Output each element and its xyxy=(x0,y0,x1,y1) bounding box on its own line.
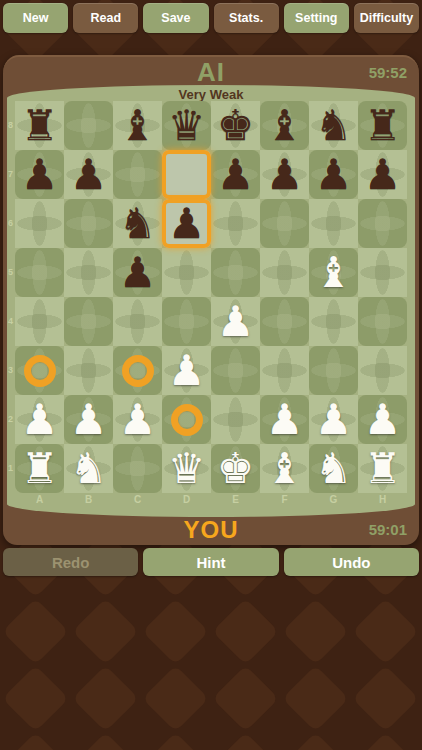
square-b1[interactable]: ♞ xyxy=(64,444,113,493)
square-b3[interactable] xyxy=(64,346,113,395)
square-f5[interactable] xyxy=(260,248,309,297)
square-b7[interactable]: ♟ xyxy=(64,150,113,199)
square-c8[interactable]: ♝ xyxy=(113,101,162,150)
rank-label-5: 5 xyxy=(7,248,15,297)
square-c1[interactable] xyxy=(113,444,162,493)
square-f3[interactable] xyxy=(260,346,309,395)
piece-black-rook: ♜ xyxy=(358,101,407,150)
file-label-g: G xyxy=(309,493,358,508)
diamond-motif xyxy=(142,598,208,664)
square-a3[interactable] xyxy=(15,346,64,395)
diamond-motif xyxy=(282,732,348,750)
square-g1[interactable]: ♞ xyxy=(309,444,358,493)
diamond-motif xyxy=(72,598,138,664)
piece-black-rook: ♜ xyxy=(15,101,64,150)
square-f6[interactable] xyxy=(260,199,309,248)
file-label-h: H xyxy=(358,493,407,508)
rank-label-4: 4 xyxy=(7,297,15,346)
diamond-motif xyxy=(72,732,138,750)
undo-button[interactable]: Undo xyxy=(284,548,419,576)
rank-label-1: 1 xyxy=(7,444,15,493)
piece-black-pawn: ♟ xyxy=(64,150,113,199)
square-g5[interactable]: ♝ xyxy=(309,248,358,297)
square-e5[interactable] xyxy=(211,248,260,297)
opponent-name: AI xyxy=(3,57,419,88)
square-c2[interactable]: ♟ xyxy=(113,395,162,444)
piece-black-king: ♚ xyxy=(211,101,260,150)
square-c5[interactable]: ♟ xyxy=(113,248,162,297)
square-d7[interactable] xyxy=(162,150,211,199)
square-g8[interactable]: ♞ xyxy=(309,101,358,150)
piece-white-bishop: ♝ xyxy=(260,444,309,493)
square-a7[interactable]: ♟ xyxy=(15,150,64,199)
stats-button[interactable]: Stats. xyxy=(214,3,279,33)
piece-black-pawn: ♟ xyxy=(211,150,260,199)
diamond-motif xyxy=(352,732,418,750)
player-name: YOU xyxy=(3,516,419,544)
player-clock: 59:01 xyxy=(369,521,407,538)
diamond-motif xyxy=(2,665,68,731)
square-g4[interactable] xyxy=(309,297,358,346)
diamond-motif xyxy=(352,665,418,731)
piece-black-pawn: ♟ xyxy=(309,150,358,199)
piece-white-pawn: ♟ xyxy=(211,297,260,346)
rank-label-3: 3 xyxy=(7,346,15,395)
square-a8[interactable]: ♜ xyxy=(15,101,64,150)
square-c3[interactable] xyxy=(113,346,162,395)
square-e1[interactable]: ♚ xyxy=(211,444,260,493)
square-f8[interactable]: ♝ xyxy=(260,101,309,150)
file-label-e: E xyxy=(211,493,260,508)
piece-white-bishop: ♝ xyxy=(309,248,358,297)
square-b2[interactable]: ♟ xyxy=(64,395,113,444)
square-e4[interactable]: ♟ xyxy=(211,297,260,346)
piece-black-pawn: ♟ xyxy=(113,248,162,297)
piece-white-pawn: ♟ xyxy=(162,346,211,395)
file-label-c: C xyxy=(113,493,162,508)
square-b5[interactable] xyxy=(64,248,113,297)
square-d6[interactable]: ♟ xyxy=(162,199,211,248)
square-a2[interactable]: ♟ xyxy=(15,395,64,444)
piece-white-pawn: ♟ xyxy=(260,395,309,444)
square-g2[interactable]: ♟ xyxy=(309,395,358,444)
file-label-b: B xyxy=(64,493,113,508)
piece-black-pawn: ♟ xyxy=(162,199,211,248)
rank-label-6: 6 xyxy=(7,199,15,248)
square-c4[interactable] xyxy=(113,297,162,346)
square-g6[interactable] xyxy=(309,199,358,248)
piece-white-knight: ♞ xyxy=(64,444,113,493)
piece-white-knight: ♞ xyxy=(309,444,358,493)
square-h8[interactable]: ♜ xyxy=(358,101,407,150)
difficulty-button[interactable]: Difficulty xyxy=(354,3,419,33)
piece-white-pawn: ♟ xyxy=(113,395,162,444)
hint-button[interactable]: Hint xyxy=(143,548,278,576)
square-e8[interactable]: ♚ xyxy=(211,101,260,150)
piece-white-pawn: ♟ xyxy=(64,395,113,444)
setting-button[interactable]: Setting xyxy=(284,3,349,33)
square-f1[interactable]: ♝ xyxy=(260,444,309,493)
chess-board: ♜♝♛♚♝♞♜♟♟♟♟♟♟♞♟♟♝♟♟♟♟♟♟♟♟♜♞♛♚♝♞♜ xyxy=(15,101,407,493)
square-g7[interactable]: ♟ xyxy=(309,150,358,199)
square-h1[interactable]: ♜ xyxy=(358,444,407,493)
square-d5[interactable] xyxy=(162,248,211,297)
square-b8[interactable] xyxy=(64,101,113,150)
file-label-f: F xyxy=(260,493,309,508)
piece-white-king: ♚ xyxy=(211,444,260,493)
square-d2[interactable] xyxy=(162,395,211,444)
square-h3[interactable] xyxy=(358,346,407,395)
read-button[interactable]: Read xyxy=(73,3,138,33)
square-h4[interactable] xyxy=(358,297,407,346)
square-f2[interactable]: ♟ xyxy=(260,395,309,444)
piece-black-pawn: ♟ xyxy=(15,150,64,199)
piece-black-knight: ♞ xyxy=(113,199,162,248)
file-labels: ABCDEFGH xyxy=(15,493,407,508)
piece-black-knight: ♞ xyxy=(309,101,358,150)
square-d4[interactable] xyxy=(162,297,211,346)
square-e6[interactable] xyxy=(211,199,260,248)
piece-white-pawn: ♟ xyxy=(358,395,407,444)
piece-black-queen: ♛ xyxy=(162,101,211,150)
control-buttons: Redo Hint Undo xyxy=(3,548,419,576)
diamond-motif xyxy=(2,732,68,750)
square-f7[interactable]: ♟ xyxy=(260,150,309,199)
piece-black-bishop: ♝ xyxy=(260,101,309,150)
square-b4[interactable] xyxy=(64,297,113,346)
square-a1[interactable]: ♜ xyxy=(15,444,64,493)
square-e2[interactable] xyxy=(211,395,260,444)
top-menu-bar: New Read Save Stats. Setting Difficulty xyxy=(3,3,419,33)
move-hint-ring[interactable] xyxy=(171,404,203,436)
square-h5[interactable] xyxy=(358,248,407,297)
diamond-motif xyxy=(282,665,348,731)
square-f4[interactable] xyxy=(260,297,309,346)
square-d1[interactable]: ♛ xyxy=(162,444,211,493)
square-b6[interactable] xyxy=(64,199,113,248)
square-a5[interactable] xyxy=(15,248,64,297)
move-hint-ring[interactable] xyxy=(122,355,154,387)
diamond-motif xyxy=(142,732,208,750)
file-label-a: A xyxy=(15,493,64,508)
rank-label-7: 7 xyxy=(7,150,15,199)
square-h6[interactable] xyxy=(358,199,407,248)
square-e7[interactable]: ♟ xyxy=(211,150,260,199)
diamond-motif xyxy=(2,598,68,664)
diamond-motif xyxy=(212,665,278,731)
square-d3[interactable]: ♟ xyxy=(162,346,211,395)
piece-white-pawn: ♟ xyxy=(309,395,358,444)
square-e3[interactable] xyxy=(211,346,260,395)
diamond-motif xyxy=(352,598,418,664)
piece-black-pawn: ♟ xyxy=(358,150,407,199)
piece-white-rook: ♜ xyxy=(358,444,407,493)
piece-black-bishop: ♝ xyxy=(113,101,162,150)
diamond-motif xyxy=(212,732,278,750)
diamond-motif xyxy=(72,665,138,731)
move-hint-ring[interactable] xyxy=(24,355,56,387)
square-g3[interactable] xyxy=(309,346,358,395)
diamond-motif xyxy=(142,665,208,731)
square-a4[interactable] xyxy=(15,297,64,346)
diamond-motif xyxy=(212,598,278,664)
rank-label-2: 2 xyxy=(7,395,15,444)
diamond-motif xyxy=(282,598,348,664)
file-label-d: D xyxy=(162,493,211,508)
board-wrapper: ♜♝♛♚♝♞♜♟♟♟♟♟♟♞♟♟♝♟♟♟♟♟♟♟♟♜♞♛♚♝♞♜ 8765432… xyxy=(15,101,407,493)
square-c6[interactable]: ♞ xyxy=(113,199,162,248)
piece-black-pawn: ♟ xyxy=(260,150,309,199)
save-button[interactable]: Save xyxy=(143,3,208,33)
square-d8[interactable]: ♛ xyxy=(162,101,211,150)
new-game-button[interactable]: New xyxy=(3,3,68,33)
square-a6[interactable] xyxy=(15,199,64,248)
square-h2[interactable]: ♟ xyxy=(358,395,407,444)
piece-white-queen: ♛ xyxy=(162,444,211,493)
piece-white-pawn: ♟ xyxy=(15,395,64,444)
board-area: Very Weak ♜♝♛♚♝♞♜♟♟♟♟♟♟♞♟♟♝♟♟♟♟♟♟♟♟♜♞♛♚♝… xyxy=(7,85,415,517)
square-h7[interactable]: ♟ xyxy=(358,150,407,199)
game-panel: AI 59:52 Very Weak ♜♝♛♚♝♞♜♟♟♟♟♟♟♞♟♟♝♟♟♟♟… xyxy=(3,55,419,545)
redo-button[interactable]: Redo xyxy=(3,548,138,576)
piece-white-rook: ♜ xyxy=(15,444,64,493)
rank-label-8: 8 xyxy=(7,101,15,150)
square-c7[interactable] xyxy=(113,150,162,199)
opponent-clock: 59:52 xyxy=(369,64,407,81)
